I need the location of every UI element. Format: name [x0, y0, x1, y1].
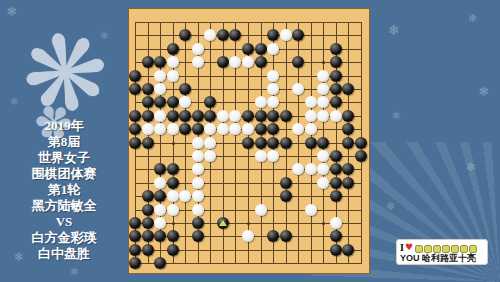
black-stone	[267, 29, 279, 41]
white-stone	[204, 29, 216, 41]
black-stone	[330, 190, 342, 202]
snowflake-icon: ❄	[466, 160, 476, 174]
snowflake-icon: ❄	[388, 22, 400, 38]
stamp-icon	[433, 245, 441, 253]
black-stone	[129, 137, 141, 149]
snowflake-icon: ❄	[6, 4, 17, 19]
black-stone	[154, 163, 166, 175]
white-stone	[154, 110, 166, 122]
white-stone	[179, 190, 191, 202]
white-stone	[229, 123, 241, 135]
black-stone	[255, 137, 267, 149]
caption-line-5: 第1轮	[0, 182, 128, 198]
white-stone	[267, 43, 279, 55]
white-stone	[154, 217, 166, 229]
white-stone	[305, 110, 317, 122]
black-stone	[242, 110, 254, 122]
go-board	[128, 8, 370, 274]
white-stone	[217, 110, 229, 122]
black-stone	[342, 244, 354, 256]
white-stone	[255, 204, 267, 216]
black-stone	[280, 177, 292, 189]
black-stone	[142, 204, 154, 216]
white-stone	[192, 177, 204, 189]
black-stone	[292, 29, 304, 41]
black-stone	[255, 43, 267, 55]
black-stone	[142, 217, 154, 229]
stamp-icon	[460, 245, 468, 253]
black-stone	[267, 137, 279, 149]
black-stone	[242, 137, 254, 149]
black-stone	[167, 110, 179, 122]
caption-line-3: 世界女子	[0, 150, 128, 166]
black-stone	[255, 110, 267, 122]
white-stone	[192, 163, 204, 175]
black-stone	[129, 244, 141, 256]
black-stone	[342, 110, 354, 122]
white-stone	[255, 150, 267, 162]
last-move-marker	[219, 220, 227, 226]
black-stone	[267, 110, 279, 122]
black-stone	[330, 56, 342, 68]
black-stone	[142, 83, 154, 95]
white-stone	[229, 110, 241, 122]
black-stone	[129, 123, 141, 135]
black-stone	[154, 190, 166, 202]
black-stone	[217, 56, 229, 68]
white-stone	[192, 56, 204, 68]
black-stone	[142, 230, 154, 242]
white-stone	[167, 56, 179, 68]
white-stone	[192, 137, 204, 149]
black-stone	[330, 70, 342, 82]
white-stone	[305, 123, 317, 135]
white-stone	[154, 177, 166, 189]
white-stone	[267, 83, 279, 95]
black-stone	[255, 123, 267, 135]
black-stone	[330, 83, 342, 95]
black-stone	[129, 257, 141, 269]
black-stone	[217, 217, 229, 229]
snowflake-icon: ❄	[468, 12, 477, 25]
logo-line1: I ♥	[400, 241, 484, 253]
white-stone	[267, 96, 279, 108]
white-stone	[192, 190, 204, 202]
white-stone	[242, 230, 254, 242]
white-stone	[204, 123, 216, 135]
white-stone	[229, 56, 241, 68]
black-stone	[330, 43, 342, 55]
black-stone	[167, 177, 179, 189]
black-stone	[142, 244, 154, 256]
snowflake-icon: ❄	[386, 200, 395, 213]
white-stone	[255, 96, 267, 108]
white-stone	[242, 123, 254, 135]
black-stone	[154, 230, 166, 242]
white-stone	[192, 150, 204, 162]
black-stone	[167, 43, 179, 55]
black-stone	[142, 190, 154, 202]
white-stone	[305, 204, 317, 216]
black-stone	[317, 137, 329, 149]
snowflake-icon: ❄	[10, 96, 18, 107]
black-stone	[330, 177, 342, 189]
logo-line2: YOU 哈利路亚十亮	[400, 253, 484, 264]
white-stone	[317, 96, 329, 108]
black-stone	[305, 137, 317, 149]
white-stone	[154, 204, 166, 216]
white-stone	[167, 123, 179, 135]
black-stone	[179, 123, 191, 135]
black-stone	[154, 257, 166, 269]
white-stone	[167, 70, 179, 82]
black-stone	[154, 56, 166, 68]
white-stone	[204, 150, 216, 162]
black-stone	[217, 29, 229, 41]
white-stone	[317, 83, 329, 95]
black-stone	[229, 29, 241, 41]
black-stone	[280, 190, 292, 202]
white-stone	[142, 123, 154, 135]
white-stone	[330, 217, 342, 229]
white-stone	[204, 137, 216, 149]
black-stone	[342, 83, 354, 95]
black-stone	[355, 137, 367, 149]
black-stone	[342, 177, 354, 189]
white-stone	[305, 163, 317, 175]
logo-stamps	[415, 242, 478, 253]
black-stone	[267, 230, 279, 242]
black-stone	[192, 110, 204, 122]
black-stone	[129, 230, 141, 242]
caption-line-2: 第8届	[0, 134, 128, 150]
caption-line-6: 黑方陆敏全	[0, 198, 128, 214]
snowflake-icon: ❄	[478, 84, 489, 99]
stamp-icon	[469, 245, 477, 253]
black-stone	[242, 43, 254, 55]
black-stone	[167, 230, 179, 242]
black-stone	[129, 83, 141, 95]
white-stone	[167, 190, 179, 202]
black-stone	[280, 110, 292, 122]
white-stone	[242, 56, 254, 68]
black-stone	[292, 56, 304, 68]
black-stone	[129, 217, 141, 229]
black-stone	[280, 230, 292, 242]
black-stone	[179, 29, 191, 41]
black-stone	[179, 110, 191, 122]
black-stone	[330, 230, 342, 242]
black-stone	[267, 123, 279, 135]
stamp-icon	[451, 245, 459, 253]
black-stone	[167, 244, 179, 256]
caption-line-9: 白中盘胜	[0, 246, 128, 262]
white-stone	[280, 29, 292, 41]
caption-line-1: 2019年	[0, 118, 128, 134]
black-stone	[342, 163, 354, 175]
white-stone	[305, 96, 317, 108]
black-stone	[355, 150, 367, 162]
black-stone	[330, 163, 342, 175]
black-stone	[255, 56, 267, 68]
black-stone	[192, 230, 204, 242]
event-caption: 2019年第8届世界女子围棋团体赛第1轮黑方陆敏全VS白方金彩瑛白中盘胜	[0, 118, 128, 262]
stamp-icon	[424, 245, 432, 253]
white-stone	[330, 110, 342, 122]
white-stone	[192, 204, 204, 216]
black-stone	[204, 110, 216, 122]
black-stone	[330, 96, 342, 108]
white-stone	[292, 123, 304, 135]
caption-line-7: VS	[0, 214, 128, 230]
black-stone	[179, 83, 191, 95]
stamp-icon	[415, 245, 423, 253]
white-stone	[154, 123, 166, 135]
heart-icon: ♥	[405, 242, 413, 253]
black-stone	[154, 96, 166, 108]
black-stone	[192, 217, 204, 229]
black-stone	[204, 96, 216, 108]
white-stone	[317, 163, 329, 175]
stamp-icon	[442, 245, 450, 253]
screenshot-root: ❋ ✽ ❄❄❄❄❄❄❄❄❄❄❄ 2019年第8届世界女子围棋团体赛第1轮黑方陆敏…	[0, 0, 500, 282]
white-stone	[267, 70, 279, 82]
black-stone	[142, 137, 154, 149]
caption-line-8: 白方金彩瑛	[0, 230, 128, 246]
black-stone	[330, 150, 342, 162]
white-stone	[317, 110, 329, 122]
black-stone	[129, 70, 141, 82]
white-stone	[179, 96, 191, 108]
white-stone	[217, 123, 229, 135]
black-stone	[342, 123, 354, 135]
white-stone	[292, 83, 304, 95]
white-stone	[292, 163, 304, 175]
black-stone	[142, 96, 154, 108]
watermark-logo: I ♥ YOU 哈利路亚十亮	[396, 239, 488, 265]
logo-i-text: I	[400, 242, 404, 253]
white-stone	[317, 177, 329, 189]
black-stone	[167, 96, 179, 108]
white-stone	[317, 150, 329, 162]
snowflake-icon: ❄	[392, 110, 400, 121]
white-stone	[154, 70, 166, 82]
black-stone	[142, 110, 154, 122]
black-stone	[129, 110, 141, 122]
caption-line-4: 围棋团体赛	[0, 166, 128, 182]
black-stone	[330, 244, 342, 256]
white-stone	[267, 150, 279, 162]
black-stone	[342, 137, 354, 149]
snowflake-icon: ❄	[70, 266, 78, 277]
black-stone	[280, 137, 292, 149]
white-stone	[167, 204, 179, 216]
black-stone	[142, 56, 154, 68]
white-stone	[192, 43, 204, 55]
black-stone	[192, 123, 204, 135]
white-stone	[154, 83, 166, 95]
black-stone	[167, 163, 179, 175]
white-stone	[317, 70, 329, 82]
